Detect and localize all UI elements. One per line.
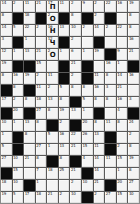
cell-r9c6[interactable]: 13 [70,108,81,119]
cell-r16c1[interactable]: 5 [13,192,24,203]
cell-r12c2[interactable] [24,144,35,155]
clue-number: 16 [117,97,121,102]
cell-r6c2[interactable]: 19 [24,73,35,84]
cell-r9c7[interactable]: 1 [82,108,93,119]
cell-r13c9[interactable]: 11 [105,156,116,167]
cell-r9c1[interactable]: 20 [13,108,24,119]
cell-r13c2[interactable]: 21 [24,156,35,167]
clue-number: 1 [117,61,119,66]
clue-number: 1 [2,132,4,137]
cell-r11c5[interactable]: 16 [59,132,70,143]
cell-r3c3[interactable] [36,37,47,48]
cell-r0c5[interactable]: 11 [59,1,70,12]
cell-r14c1[interactable]: 15 [13,168,24,179]
clue-number: 8 [71,85,73,90]
cell-r10c1[interactable]: 1 [13,120,24,131]
clue-number: 8 [36,156,38,161]
clue-number: 21 [71,61,75,66]
clue-number: 11 [48,73,52,78]
clue-number: 13 [48,97,52,102]
clue-number: 18 [48,168,52,173]
cell-r14c3[interactable]: 7 [36,168,47,179]
cell-r15c10[interactable]: 20 [117,180,128,191]
clue-number: 15 [117,192,121,197]
cell-r13c3[interactable]: 8 [36,156,47,167]
clue-number: 8 [129,168,131,173]
cell-r13c0[interactable]: 27 [1,156,12,167]
clue-number: 3 [2,37,4,42]
clue-number: 2 [59,192,61,197]
cell-r4c11[interactable]: 21 [128,49,139,60]
clue-number: 13 [25,120,29,125]
cell-r2c5[interactable]: 13 [59,25,70,36]
black-cell-r5c5 [59,61,70,72]
cell-r4c5[interactable]: 1 [59,49,70,60]
clue-number: 12 [2,49,6,54]
cell-r14c5[interactable]: 25 [59,168,70,179]
cell-r0c9[interactable]: 22 [105,1,116,12]
clue-number: 8 [106,73,108,78]
clue-number: 8 [106,97,108,102]
clue-number: 21 [71,144,75,149]
cell-r4c0[interactable]: 12 [1,49,12,60]
cell-r12c10[interactable]: 2 [117,144,128,155]
cell-r8c2[interactable]: 8 [24,97,35,108]
cell-r12c8[interactable]: 11 [94,144,105,155]
cell-r0c2[interactable]: 11 [24,1,35,12]
cell-r6c0[interactable]: 8 [1,73,12,84]
clue-number: 14 [94,168,98,173]
clue-number: 20 [117,180,121,185]
cell-r6c4[interactable]: 11 [47,73,58,84]
cell-r8c3[interactable]: 18 [36,97,47,108]
cell-r14c11[interactable]: 8 [128,168,139,179]
clue-number: 14 [2,1,6,6]
solution-letter: П [47,4,58,12]
clue-number: 15 [13,168,17,173]
cell-r2c7[interactable]: 2 [82,25,93,36]
cell-r3c2[interactable]: 1 [24,37,35,48]
cell-r11c0[interactable]: 1 [1,132,12,143]
cell-r0c10[interactable]: 16 [117,1,128,12]
clue-number: 13 [59,25,63,30]
cell-r7c5[interactable]: 5 [59,85,70,96]
cell-r3c0[interactable]: 3 [1,37,12,48]
black-cell-r5c1 [13,61,24,72]
cell-r11c4[interactable]: 5 [47,132,58,143]
clue-number: 2 [13,1,15,6]
clue-number: 24 [129,120,133,125]
black-cell-r10c6 [70,120,81,131]
solution-letter: О [47,15,58,23]
black-cell-r10c4 [47,120,58,131]
cell-r15c1[interactable]: 10 [13,180,24,191]
cell-r8c4[interactable]: 13 [47,97,58,108]
cell-r4c6[interactable]: 6 [70,49,81,60]
cell-r2c10[interactable]: 22 [117,25,128,36]
cell-r3c11[interactable]: 16 [128,37,139,48]
cell-r7c3[interactable]: 11 [36,85,47,96]
clue-number: 8 [129,13,131,18]
cell-r4c7[interactable]: 1 [82,49,93,60]
clue-number: 19 [59,108,63,113]
cell-r10c9[interactable]: 11 [105,120,116,131]
cell-r10c7[interactable]: 20 [82,120,93,131]
clue-number: 11 [59,1,63,6]
black-cell-r11c1 [13,132,24,143]
cell-r2c11[interactable]: 8 [128,25,139,36]
cell-r5c6[interactable]: 21 [70,61,81,72]
cell-r12c3[interactable]: 27 [36,144,47,155]
clue-number: 19 [2,192,6,197]
clue-number: 1 [59,49,61,54]
cell-r13c1[interactable]: 10 [13,156,24,167]
clue-number: 11 [106,156,110,161]
black-cell-r3c1 [13,37,24,48]
cell-r0c7[interactable]: 9 [82,1,93,12]
clue-number: 18 [2,180,6,185]
clue-number: 21 [117,85,121,90]
clue-number: 20 [83,120,87,125]
cell-r16c8[interactable]: 2 [94,192,105,203]
clue-number: 6 [71,49,73,54]
clue-number: 8 [2,13,4,18]
clue-number: 16 [94,85,98,90]
clue-number: 4 [117,108,119,113]
clue-number: 4 [83,156,85,161]
clue-number: 8 [117,120,119,125]
clue-number: 15 [117,156,121,161]
clue-number: 2 [71,73,73,78]
cell-r5c0[interactable]: 19 [1,61,12,72]
cell-r15c7[interactable]: 10 [82,180,93,191]
black-cell-r14c0 [1,168,12,179]
cell-r8c0[interactable]: 17 [1,97,12,108]
clue-number: 8 [83,85,85,90]
cell-r15c8[interactable]: 21 [94,180,105,191]
cell-r11c10[interactable] [117,132,128,143]
cell-r4c1[interactable]: 1 [13,49,24,60]
cell-r8c5[interactable]: 8 [59,97,70,108]
cell-r7c4[interactable]: 2 [47,85,58,96]
clue-number: 16 [129,73,133,78]
clue-number: 2 [117,144,119,149]
clue-number: 10 [71,192,75,197]
cell-r0c11[interactable]: 19 [128,1,139,12]
clue-number: 3 [129,97,131,102]
cell-r16c11[interactable]: 10 [128,192,139,203]
cell-r2c0[interactable]: 14 [1,25,12,36]
cell-r14c6[interactable]: 21 [70,168,81,179]
cell-r0c1[interactable]: 2 [13,1,24,12]
clue-number: 17 [2,97,6,102]
cell-r0c8[interactable]: 2 [94,1,105,12]
cell-r9c3[interactable]: 27 [36,108,47,119]
cell-r7c1[interactable]: 8 [13,85,24,96]
cell-r14c2[interactable] [24,168,35,179]
cell-r15c6[interactable]: 2 [70,180,81,191]
cell-r14c8[interactable]: 14 [94,168,105,179]
clue-number: 2 [59,120,61,125]
cell-r8c10[interactable]: 16 [117,97,128,108]
cell-r4c10[interactable]: 9 [117,49,128,60]
cell-r11c2[interactable]: 8 [24,132,35,143]
clue-number: 9 [83,1,85,6]
cell-r16c9[interactable]: 27 [105,192,116,203]
black-cell-r6c7 [82,73,93,84]
black-cell-r4c9 [105,49,116,60]
clue-number: 14 [2,25,6,30]
cell-r6c1[interactable]: 16 [13,73,24,84]
cell-r1c0[interactable]: 8 [1,13,12,24]
clue-number: 16 [106,61,110,66]
clue-number: 8 [71,13,73,18]
clue-number: 18 [36,97,40,102]
cell-r16c3[interactable]: 18 [36,192,47,203]
clue-number: 21 [48,192,52,197]
cell-r5c9[interactable]: 16 [105,61,116,72]
cell-r0c3[interactable]: 21 [36,1,47,12]
cell-r2c8[interactable]: 14 [94,25,105,36]
clue-number: 15 [83,144,87,149]
cell-r5c10[interactable]: 1 [117,61,128,72]
cell-r4c3[interactable]: 21 [36,49,47,60]
cell-r15c11[interactable]: 27 [128,180,139,191]
cell-r8c9[interactable]: 8 [105,97,116,108]
cell-r11c11[interactable]: 2 [128,132,139,143]
cell-r3c7[interactable] [82,37,93,48]
cell-r5c4[interactable] [47,61,58,72]
cell-r14c10[interactable]: 1 [117,168,128,179]
cell-r15c4[interactable] [47,180,58,191]
cell-r1c8[interactable]: 2 [94,13,105,24]
black-cell-r12c1 [13,144,24,155]
black-cell-r1c1 [13,13,24,24]
cell-r7c6[interactable]: 8 [70,85,81,96]
cell-r8c1[interactable]: 2 [13,97,24,108]
clue-number: 10 [13,180,17,185]
cell-r1c2[interactable]: 18 [24,13,35,24]
cell-r7c10[interactable]: 21 [117,85,128,96]
cell-r10c10[interactable]: 8 [117,120,128,131]
cell-r13c5[interactable]: 8 [59,156,70,167]
clue-number: 10 [2,120,6,125]
clue-number: 16 [13,73,17,78]
clue-number: 21 [36,1,40,6]
clue-number: 5 [59,85,61,90]
cell-r16c5[interactable]: 2 [59,192,70,203]
clue-number: 18 [25,13,29,18]
cell-r13c7[interactable]: 4 [82,156,93,167]
cell-r12c4[interactable]: 1 [47,144,58,155]
cell-r2c1[interactable]: 5 [13,25,24,36]
clue-number: 11 [25,1,29,6]
clue-number: 13 [25,49,29,54]
cell-r0c6[interactable]: 2 [70,1,81,12]
clue-number: 22 [106,1,110,6]
clue-number: 2 [13,97,15,102]
black-cell-r9c8 [94,108,105,119]
clue-number: 19 [25,73,29,78]
cell-r5c3[interactable]: 15 [36,61,47,72]
cell-r2c9[interactable]: 2 [105,25,116,36]
black-cell-r13c4 [47,156,58,167]
clue-number: 8 [129,25,131,30]
cell-r10c3[interactable]: 8 [36,120,47,131]
black-cell-r11c9 [105,132,116,143]
cell-r2c6[interactable]: 10 [70,25,81,36]
black-cell-r9c11 [128,108,139,119]
cell-r4c2[interactable]: 13 [24,49,35,60]
cell-r12c6[interactable]: 21 [70,144,81,155]
cell-r3c9[interactable] [105,37,116,48]
clue-number: 2 [94,192,96,197]
clue-number: 2 [71,180,73,185]
clue-number: 26 [83,132,87,137]
cell-r10c8[interactable]: 8 [94,120,105,131]
clue-number: 18 [36,192,40,197]
clue-number: 27 [36,108,40,113]
clue-number: 2 [71,1,73,6]
clue-number: 3 [106,85,108,90]
clue-number: 10 [83,180,87,185]
cell-r14c9[interactable] [105,168,116,179]
clue-number: 14 [94,25,98,30]
cell-r16c2[interactable]: 17 [24,192,35,203]
clue-number: 9 [117,49,119,54]
cell-r5c8[interactable] [94,61,105,72]
black-cell-r5c7 [82,61,93,72]
cell-r12c11[interactable]: 8 [128,144,139,155]
cell-r7c9[interactable]: 3 [105,85,116,96]
cell-r6c11[interactable]: 16 [128,73,139,84]
cell-r12c0[interactable]: 5 [1,144,12,155]
clue-number: 8 [25,132,27,137]
clue-number: 21 [94,180,98,185]
cell-r7c7[interactable]: 8 [82,85,93,96]
cell-r3c10[interactable] [117,37,128,48]
clue-number: 5 [83,97,85,102]
black-cell-r3c8 [94,37,105,48]
clue-number: 19 [94,49,98,54]
cell-r6c10[interactable]: 14 [117,73,128,84]
cell-r16c0[interactable]: 19 [1,192,12,203]
clue-number: 13 [71,108,75,113]
clue-number: 2 [48,85,50,90]
black-cell-r8c6 [70,97,81,108]
cell-r8c8[interactable]: 8 [94,97,105,108]
cell-r10c5[interactable]: 2 [59,120,70,131]
clue-number: 27 [129,180,133,185]
cell-r1c11[interactable]: 8 [128,13,139,24]
clue-number: 8 [129,144,131,149]
cell-r3c4[interactable]: 12Ч [47,37,58,48]
clue-number: 21 [36,49,40,54]
cell-r13c10[interactable]: 15 [117,156,128,167]
cell-r6c9[interactable]: 8 [105,73,116,84]
cell-r12c5[interactable]: 13 [59,144,70,155]
cell-r3c6[interactable]: 2 [70,37,81,48]
cell-r10c11[interactable]: 24 [128,120,139,131]
cell-r11c7[interactable]: 26 [82,132,93,143]
cell-r7c11[interactable] [128,85,139,96]
cell-r1c4[interactable]: 2О [47,13,58,24]
cell-r1c10[interactable] [117,13,128,24]
cell-r2c4[interactable]: 16Н [47,25,58,36]
cell-r8c7[interactable]: 5 [82,97,93,108]
clue-number: 11 [94,73,98,78]
cell-r9c4[interactable]: 8 [47,108,58,119]
cell-r8c11[interactable]: 3 [128,97,139,108]
cell-r15c3[interactable]: 1 [36,180,47,191]
cell-r6c3[interactable]: 2 [36,73,47,84]
cell-r9c5[interactable]: 19 [59,108,70,119]
cell-r2c2[interactable]: 22 [24,25,35,36]
clue-number: 19 [2,61,6,66]
clue-number: 7 [36,168,38,173]
cell-r13c11[interactable]: 19 [128,156,139,167]
cell-r15c0[interactable]: 18 [1,180,12,191]
cell-r11c8[interactable]: 13 [94,132,105,143]
clue-number: 27 [2,156,6,161]
clue-number: 2 [94,1,96,6]
cell-r9c10[interactable]: 4 [117,108,128,119]
cell-r0c0[interactable]: 14 [1,1,12,12]
cell-r11c3[interactable] [36,132,47,143]
crossword-puzzle: 142112117П112922216198182О82814522216Н13… [0,0,140,204]
cell-r14c4[interactable]: 18 [47,168,58,179]
clue-number: 10 [71,25,75,30]
clue-number: 1 [83,108,85,113]
clue-number: 22 [25,25,29,30]
clue-number: 16 [59,132,63,137]
cell-r9c9[interactable] [105,108,116,119]
cell-r16c4[interactable]: 21 [47,192,58,203]
cell-r6c8[interactable]: 11 [94,73,105,84]
cell-r16c10[interactable]: 15 [117,192,128,203]
clue-number: 5 [13,25,15,30]
clue-number: 8 [59,156,61,161]
cell-r16c6[interactable]: 10 [70,192,81,203]
clue-number: 5 [13,192,15,197]
cell-r10c0[interactable]: 10 [1,120,12,131]
cell-r4c4[interactable]: 2О [47,49,58,60]
cell-r1c6[interactable]: 8 [70,13,81,24]
clue-number: 25 [59,168,63,173]
cell-r11c6[interactable]: 22 [70,132,81,143]
clue-number: 2 [36,25,38,30]
clue-number: 16 [117,1,121,6]
solution-letter: Ч [47,39,58,47]
clue-number: 1 [117,168,119,173]
clue-number: 22 [117,25,121,30]
cell-r2c3[interactable]: 2 [36,25,47,36]
cell-r4c8[interactable]: 19 [94,49,105,60]
cell-r6c6[interactable]: 2 [70,73,81,84]
cell-r7c8[interactable]: 16 [94,85,105,96]
cell-r13c8[interactable]: 14 [94,156,105,167]
black-cell-r15c9 [105,180,116,191]
clue-number: 1 [25,37,27,42]
clue-number: 17 [25,192,29,197]
cell-r12c7[interactable]: 15 [82,144,93,155]
cell-r15c5[interactable] [59,180,70,191]
clue-number: 13 [94,132,98,137]
cell-r0c4[interactable]: 17П [47,1,58,12]
cell-r10c2[interactable]: 13 [24,120,35,131]
black-cell-r1c9 [105,13,116,24]
black-cell-r12c9 [105,144,116,155]
